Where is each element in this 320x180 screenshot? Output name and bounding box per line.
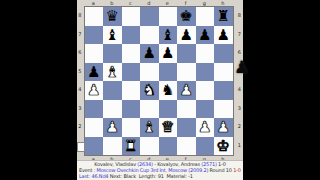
square-c4[interactable] (122, 81, 141, 100)
square-f1[interactable] (177, 137, 196, 156)
coord-label: 2 (77, 117, 83, 136)
coord-label: 5 (77, 62, 83, 81)
black-pawn: ♟ (180, 26, 193, 44)
square-d6[interactable]: ♟ (140, 44, 159, 63)
square-g3[interactable] (196, 100, 215, 119)
white-king: ♚ (217, 137, 230, 155)
square-e2[interactable]: ♛ (159, 118, 178, 137)
square-d7[interactable] (140, 26, 159, 45)
square-d3[interactable] (140, 100, 159, 119)
coord-label: 6 (77, 43, 83, 62)
square-f3[interactable] (177, 100, 196, 119)
square-f7[interactable]: ♟ (177, 26, 196, 45)
square-b6[interactable] (103, 44, 122, 63)
square-h6[interactable] (214, 44, 233, 63)
square-a5[interactable]: ♟ (85, 63, 104, 82)
square-f4[interactable]: ♟ (177, 81, 196, 100)
black-pawn: ♟ (161, 44, 174, 62)
white-pawn: ♟ (87, 81, 100, 99)
coord-label: 1 (236, 136, 243, 155)
status-line: Last: 46.Nd4 Next: Black Length: 91 Mate… (77, 173, 243, 179)
coord-label: 4 (236, 80, 243, 99)
white-bishop: ♝ (143, 118, 156, 136)
black-king: ♚ (180, 7, 193, 25)
square-a6[interactable] (85, 44, 104, 63)
square-b8[interactable]: ♛ (103, 7, 122, 26)
board-panel: abcdefgh 87654321 ♛♚♜♝♝♟♟♟♟♟♟♝♟♞♞♟♟♝♛♟♟♜… (77, 0, 243, 180)
black-pawn: ♟ (217, 26, 230, 44)
rank-labels-right: 87654321 (234, 6, 243, 156)
coord-label: 3 (77, 99, 83, 118)
white-pawn: ♟ (106, 118, 119, 136)
square-e8[interactable] (159, 7, 178, 26)
coord-label: 7 (77, 25, 83, 44)
square-g2[interactable]: ♟ (196, 118, 215, 137)
square-b5[interactable]: ♝ (103, 63, 122, 82)
square-c2[interactable] (122, 118, 141, 137)
square-e5[interactable] (159, 63, 178, 82)
square-e7[interactable]: ♝ (159, 26, 178, 45)
event-round: Round 10 (210, 167, 234, 173)
white-pawn: ♟ (180, 81, 193, 99)
square-b3[interactable] (103, 100, 122, 119)
square-g6[interactable] (196, 44, 215, 63)
coord-label: 3 (236, 99, 243, 118)
square-g5[interactable] (196, 63, 215, 82)
square-d5[interactable] (140, 63, 159, 82)
square-g8[interactable] (196, 7, 215, 26)
event-result: 1-0 (233, 167, 241, 173)
coord-label: 8 (77, 6, 83, 25)
square-c8[interactable] (122, 7, 141, 26)
white-bishop: ♝ (106, 63, 119, 81)
square-g1[interactable] (196, 137, 215, 156)
rank-labels-left: 87654321 (77, 6, 83, 156)
black-pawn: ♟ (87, 63, 100, 81)
chess-board: ♛♚♜♝♝♟♟♟♟♟♟♝♟♞♞♟♟♝♛♟♟♜♚ (84, 6, 234, 156)
black-pawn: ♟ (143, 44, 156, 62)
game-length: Length: 91 (139, 173, 164, 179)
square-c3[interactable] (122, 100, 141, 119)
square-d1[interactable] (140, 137, 159, 156)
black-bishop: ♝ (161, 26, 174, 44)
square-b7[interactable]: ♝ (103, 26, 122, 45)
square-d8[interactable] (140, 7, 159, 26)
last-move: Last: 46.Nd4 (79, 173, 108, 179)
square-b2[interactable]: ♟ (103, 118, 122, 137)
square-f5[interactable] (177, 63, 196, 82)
square-a4[interactable]: ♟ (85, 81, 104, 100)
black-rook: ♜ (217, 7, 230, 25)
square-e1[interactable] (159, 137, 178, 156)
square-a3[interactable] (85, 100, 104, 119)
square-g7[interactable]: ♟ (196, 26, 215, 45)
game-info-bar: Kovalev, Vladislav (2634) - Kovalyov, An… (77, 160, 243, 180)
square-b4[interactable] (103, 81, 122, 100)
white-rook: ♜ (124, 137, 137, 155)
square-f2[interactable] (177, 118, 196, 137)
square-a8[interactable] (85, 7, 104, 26)
square-h2[interactable]: ♟ (214, 118, 233, 137)
black-to-move-pawn-icon: ♟ (234, 59, 249, 76)
coord-label: 7 (236, 25, 243, 44)
chess-viewer: abcdefgh 87654321 ♛♚♜♝♝♟♟♟♟♟♟♝♟♞♞♟♟♝♛♟♟♜… (0, 0, 320, 180)
material-balance: Material: -1 (166, 173, 192, 179)
square-h3[interactable] (214, 100, 233, 119)
black-queen: ♛ (106, 7, 119, 25)
square-f6[interactable] (177, 44, 196, 63)
square-d2[interactable]: ♝ (140, 118, 159, 137)
square-c7[interactable] (122, 26, 141, 45)
square-e3[interactable] (159, 100, 178, 119)
square-e4[interactable]: ♞ (159, 81, 178, 100)
white-side-marker (77, 142, 85, 152)
black-bishop: ♝ (106, 26, 119, 44)
square-a7[interactable] (85, 26, 104, 45)
square-c1[interactable]: ♜ (122, 137, 141, 156)
white-pawn: ♟ (198, 118, 211, 136)
square-c6[interactable] (122, 44, 141, 63)
black-pawn: ♟ (198, 26, 211, 44)
square-h7[interactable]: ♟ (214, 26, 233, 45)
square-d4[interactable]: ♞ (140, 81, 159, 100)
square-h4[interactable] (214, 81, 233, 100)
square-e6[interactable]: ♟ (159, 44, 178, 63)
coord-label: 4 (77, 80, 83, 99)
square-h5[interactable] (214, 63, 233, 82)
square-h1[interactable]: ♚ (214, 137, 233, 156)
coord-label: 2 (236, 117, 243, 136)
white-queen: ♛ (161, 118, 174, 136)
square-h8[interactable]: ♜ (214, 7, 233, 26)
black-knight: ♞ (161, 81, 174, 99)
next-to-move: Next: Black (110, 173, 136, 179)
square-c5[interactable] (122, 63, 141, 82)
coord-label: 8 (236, 6, 243, 25)
square-b1[interactable] (103, 137, 122, 156)
square-g4[interactable] (196, 81, 215, 100)
square-a2[interactable] (85, 118, 104, 137)
square-f8[interactable]: ♚ (177, 7, 196, 26)
white-knight: ♞ (143, 81, 156, 99)
square-a1[interactable] (85, 137, 104, 156)
white-pawn: ♟ (217, 118, 230, 136)
